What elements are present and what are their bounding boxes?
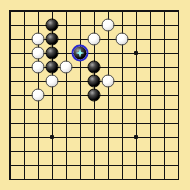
- black-stone: [46, 19, 59, 32]
- black-stone: [88, 89, 101, 102]
- white-stone: [116, 33, 129, 46]
- grid-line-horizontal: [10, 165, 178, 166]
- white-stone: [60, 61, 73, 74]
- grid-line-horizontal: [10, 137, 178, 138]
- star-point: [134, 51, 138, 55]
- grid-line-horizontal: [10, 179, 178, 180]
- black-stone: [88, 75, 101, 88]
- black-stone: [46, 33, 59, 46]
- white-stone: [102, 75, 115, 88]
- grid-line-horizontal: [10, 109, 178, 110]
- black-stone: [46, 47, 59, 60]
- white-stone: [32, 61, 45, 74]
- go-board[interactable]: [9, 10, 179, 180]
- grid-line-vertical: [150, 11, 151, 179]
- black-stone: [46, 61, 59, 74]
- black-stone: [88, 61, 101, 74]
- white-stone: [32, 33, 45, 46]
- white-stone: [32, 89, 45, 102]
- white-stone: [32, 47, 45, 60]
- star-point: [50, 135, 54, 139]
- star-point: [134, 135, 138, 139]
- white-stone: [46, 75, 59, 88]
- last-move-black-stone: [72, 45, 89, 62]
- grid-line-horizontal: [10, 151, 178, 152]
- white-stone: [102, 19, 115, 32]
- go-board-canvas: [0, 0, 190, 190]
- grid-line-vertical: [136, 11, 137, 179]
- last-move-star-icon: [76, 49, 85, 58]
- grid-line-vertical: [178, 11, 179, 179]
- grid-line-vertical: [164, 11, 165, 179]
- white-stone: [88, 33, 101, 46]
- grid-line-vertical: [108, 11, 109, 179]
- grid-line-horizontal: [10, 123, 178, 124]
